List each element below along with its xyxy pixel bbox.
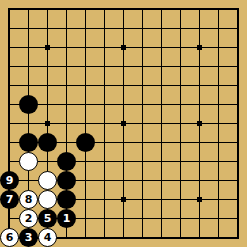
intersection <box>57 57 76 76</box>
intersection <box>76 133 95 152</box>
black-stone: 1 <box>57 209 76 228</box>
intersection <box>38 171 57 190</box>
intersection <box>209 209 228 228</box>
intersection <box>190 19 209 38</box>
intersection <box>57 19 76 38</box>
intersection <box>152 190 171 209</box>
intersection <box>114 228 133 247</box>
intersection <box>0 133 19 152</box>
intersection <box>209 19 228 38</box>
intersection <box>57 38 76 57</box>
black-stone <box>57 171 76 190</box>
intersection <box>133 38 152 57</box>
intersection <box>190 190 209 209</box>
intersection <box>228 95 247 114</box>
intersection <box>76 57 95 76</box>
intersection <box>152 0 171 19</box>
intersection <box>114 190 133 209</box>
intersection <box>133 0 152 19</box>
intersection <box>133 19 152 38</box>
intersection <box>38 57 57 76</box>
intersection <box>38 152 57 171</box>
intersection <box>95 0 114 19</box>
intersection <box>152 76 171 95</box>
intersection <box>114 95 133 114</box>
intersection <box>152 38 171 57</box>
intersection <box>38 114 57 133</box>
intersection <box>190 57 209 76</box>
intersection <box>209 0 228 19</box>
intersection <box>76 76 95 95</box>
intersection <box>190 76 209 95</box>
intersection <box>152 152 171 171</box>
intersection <box>209 76 228 95</box>
intersection <box>228 152 247 171</box>
intersection <box>57 133 76 152</box>
intersection <box>209 171 228 190</box>
move-number: 1 <box>63 213 71 224</box>
black-stone <box>19 95 38 114</box>
move-number: 9 <box>6 175 14 186</box>
intersection <box>114 57 133 76</box>
intersection <box>133 133 152 152</box>
intersection: 6 <box>0 228 19 247</box>
intersection <box>0 19 19 38</box>
intersection: 7 <box>0 190 19 209</box>
intersection <box>190 133 209 152</box>
intersection <box>190 228 209 247</box>
move-number: 2 <box>25 213 33 224</box>
intersection <box>209 38 228 57</box>
intersection <box>190 114 209 133</box>
intersection <box>76 114 95 133</box>
intersection <box>95 171 114 190</box>
intersection <box>19 133 38 152</box>
move-number: 7 <box>6 194 14 205</box>
intersection <box>95 95 114 114</box>
intersection <box>209 152 228 171</box>
white-stone <box>38 190 57 209</box>
black-stone <box>57 152 76 171</box>
intersection <box>133 57 152 76</box>
intersection <box>57 152 76 171</box>
intersection <box>190 0 209 19</box>
intersection <box>19 57 38 76</box>
intersection <box>76 95 95 114</box>
intersection <box>171 133 190 152</box>
intersection <box>133 95 152 114</box>
intersection <box>95 19 114 38</box>
intersection <box>95 38 114 57</box>
white-stone: 6 <box>0 228 19 247</box>
intersection <box>171 171 190 190</box>
intersection: 2 <box>19 209 38 228</box>
black-stone: 5 <box>38 209 57 228</box>
intersection <box>152 57 171 76</box>
intersection <box>209 95 228 114</box>
intersection <box>57 171 76 190</box>
intersection <box>19 114 38 133</box>
intersection <box>209 190 228 209</box>
go-diagram: 978251634 <box>0 0 247 247</box>
intersection <box>228 19 247 38</box>
intersection <box>19 19 38 38</box>
intersection <box>19 76 38 95</box>
black-stone: 9 <box>0 171 19 190</box>
intersection <box>152 133 171 152</box>
intersection <box>95 114 114 133</box>
intersection: 9 <box>0 171 19 190</box>
intersection <box>19 0 38 19</box>
intersection <box>190 209 209 228</box>
intersection <box>209 57 228 76</box>
intersection <box>19 38 38 57</box>
intersection <box>133 228 152 247</box>
intersection <box>0 152 19 171</box>
intersection <box>95 133 114 152</box>
intersection <box>152 228 171 247</box>
intersection <box>76 19 95 38</box>
move-number: 3 <box>25 232 33 243</box>
white-stone: 4 <box>38 228 57 247</box>
intersection <box>38 95 57 114</box>
intersection <box>19 171 38 190</box>
intersection <box>228 133 247 152</box>
intersection <box>152 95 171 114</box>
intersection <box>228 38 247 57</box>
intersection <box>171 38 190 57</box>
intersection <box>228 171 247 190</box>
intersection <box>114 133 133 152</box>
black-stone <box>19 133 38 152</box>
intersection <box>0 57 19 76</box>
intersection <box>171 0 190 19</box>
intersection <box>171 57 190 76</box>
intersection: 5 <box>38 209 57 228</box>
intersection <box>95 152 114 171</box>
intersection <box>228 57 247 76</box>
intersection <box>133 171 152 190</box>
white-stone <box>19 152 38 171</box>
intersection <box>171 190 190 209</box>
intersection <box>76 171 95 190</box>
intersection <box>228 209 247 228</box>
intersection <box>190 38 209 57</box>
intersection <box>133 209 152 228</box>
intersection <box>133 76 152 95</box>
intersection <box>38 133 57 152</box>
intersection <box>38 0 57 19</box>
intersection <box>190 171 209 190</box>
white-stone <box>38 171 57 190</box>
intersection <box>19 152 38 171</box>
intersection <box>38 38 57 57</box>
intersection <box>171 228 190 247</box>
intersection <box>209 228 228 247</box>
intersection <box>114 171 133 190</box>
intersection <box>19 95 38 114</box>
intersection <box>171 76 190 95</box>
intersection <box>95 190 114 209</box>
intersection <box>57 95 76 114</box>
intersection <box>152 114 171 133</box>
intersection <box>152 19 171 38</box>
intersection <box>171 114 190 133</box>
intersection <box>133 114 152 133</box>
intersection <box>209 133 228 152</box>
intersection <box>209 114 228 133</box>
black-stone: 7 <box>0 190 19 209</box>
intersection <box>95 209 114 228</box>
go-board-grid: 978251634 <box>0 0 247 247</box>
move-number: 4 <box>44 232 52 243</box>
intersection <box>114 19 133 38</box>
intersection <box>57 114 76 133</box>
intersection <box>228 0 247 19</box>
intersection <box>171 152 190 171</box>
intersection <box>228 190 247 209</box>
intersection <box>76 38 95 57</box>
intersection: 1 <box>57 209 76 228</box>
intersection: 4 <box>38 228 57 247</box>
intersection <box>171 209 190 228</box>
move-number: 8 <box>25 194 33 205</box>
intersection: 3 <box>19 228 38 247</box>
black-stone <box>57 190 76 209</box>
intersection <box>95 76 114 95</box>
intersection <box>133 190 152 209</box>
intersection <box>0 209 19 228</box>
intersection <box>76 209 95 228</box>
white-stone: 2 <box>19 209 38 228</box>
white-stone: 8 <box>19 190 38 209</box>
black-stone <box>38 133 57 152</box>
intersection <box>76 228 95 247</box>
intersection <box>0 38 19 57</box>
intersection <box>0 95 19 114</box>
intersection <box>190 152 209 171</box>
intersection <box>228 76 247 95</box>
intersection <box>76 190 95 209</box>
intersection <box>38 76 57 95</box>
intersection <box>0 0 19 19</box>
intersection <box>228 228 247 247</box>
intersection <box>76 0 95 19</box>
intersection <box>0 76 19 95</box>
intersection <box>57 190 76 209</box>
intersection <box>95 228 114 247</box>
intersection <box>38 190 57 209</box>
intersection <box>114 0 133 19</box>
intersection <box>57 76 76 95</box>
intersection <box>114 114 133 133</box>
intersection <box>133 152 152 171</box>
intersection <box>57 0 76 19</box>
intersection <box>114 209 133 228</box>
black-stone: 3 <box>19 228 38 247</box>
intersection <box>114 76 133 95</box>
intersection <box>38 19 57 38</box>
intersection <box>190 95 209 114</box>
intersection <box>152 171 171 190</box>
move-number: 6 <box>6 232 14 243</box>
intersection <box>171 19 190 38</box>
intersection <box>171 95 190 114</box>
move-number: 5 <box>44 213 52 224</box>
intersection <box>95 57 114 76</box>
intersection <box>114 152 133 171</box>
intersection: 8 <box>19 190 38 209</box>
intersection <box>228 114 247 133</box>
intersection <box>114 38 133 57</box>
intersection <box>152 209 171 228</box>
intersection <box>76 152 95 171</box>
black-stone <box>76 133 95 152</box>
intersection <box>0 114 19 133</box>
intersection <box>57 228 76 247</box>
